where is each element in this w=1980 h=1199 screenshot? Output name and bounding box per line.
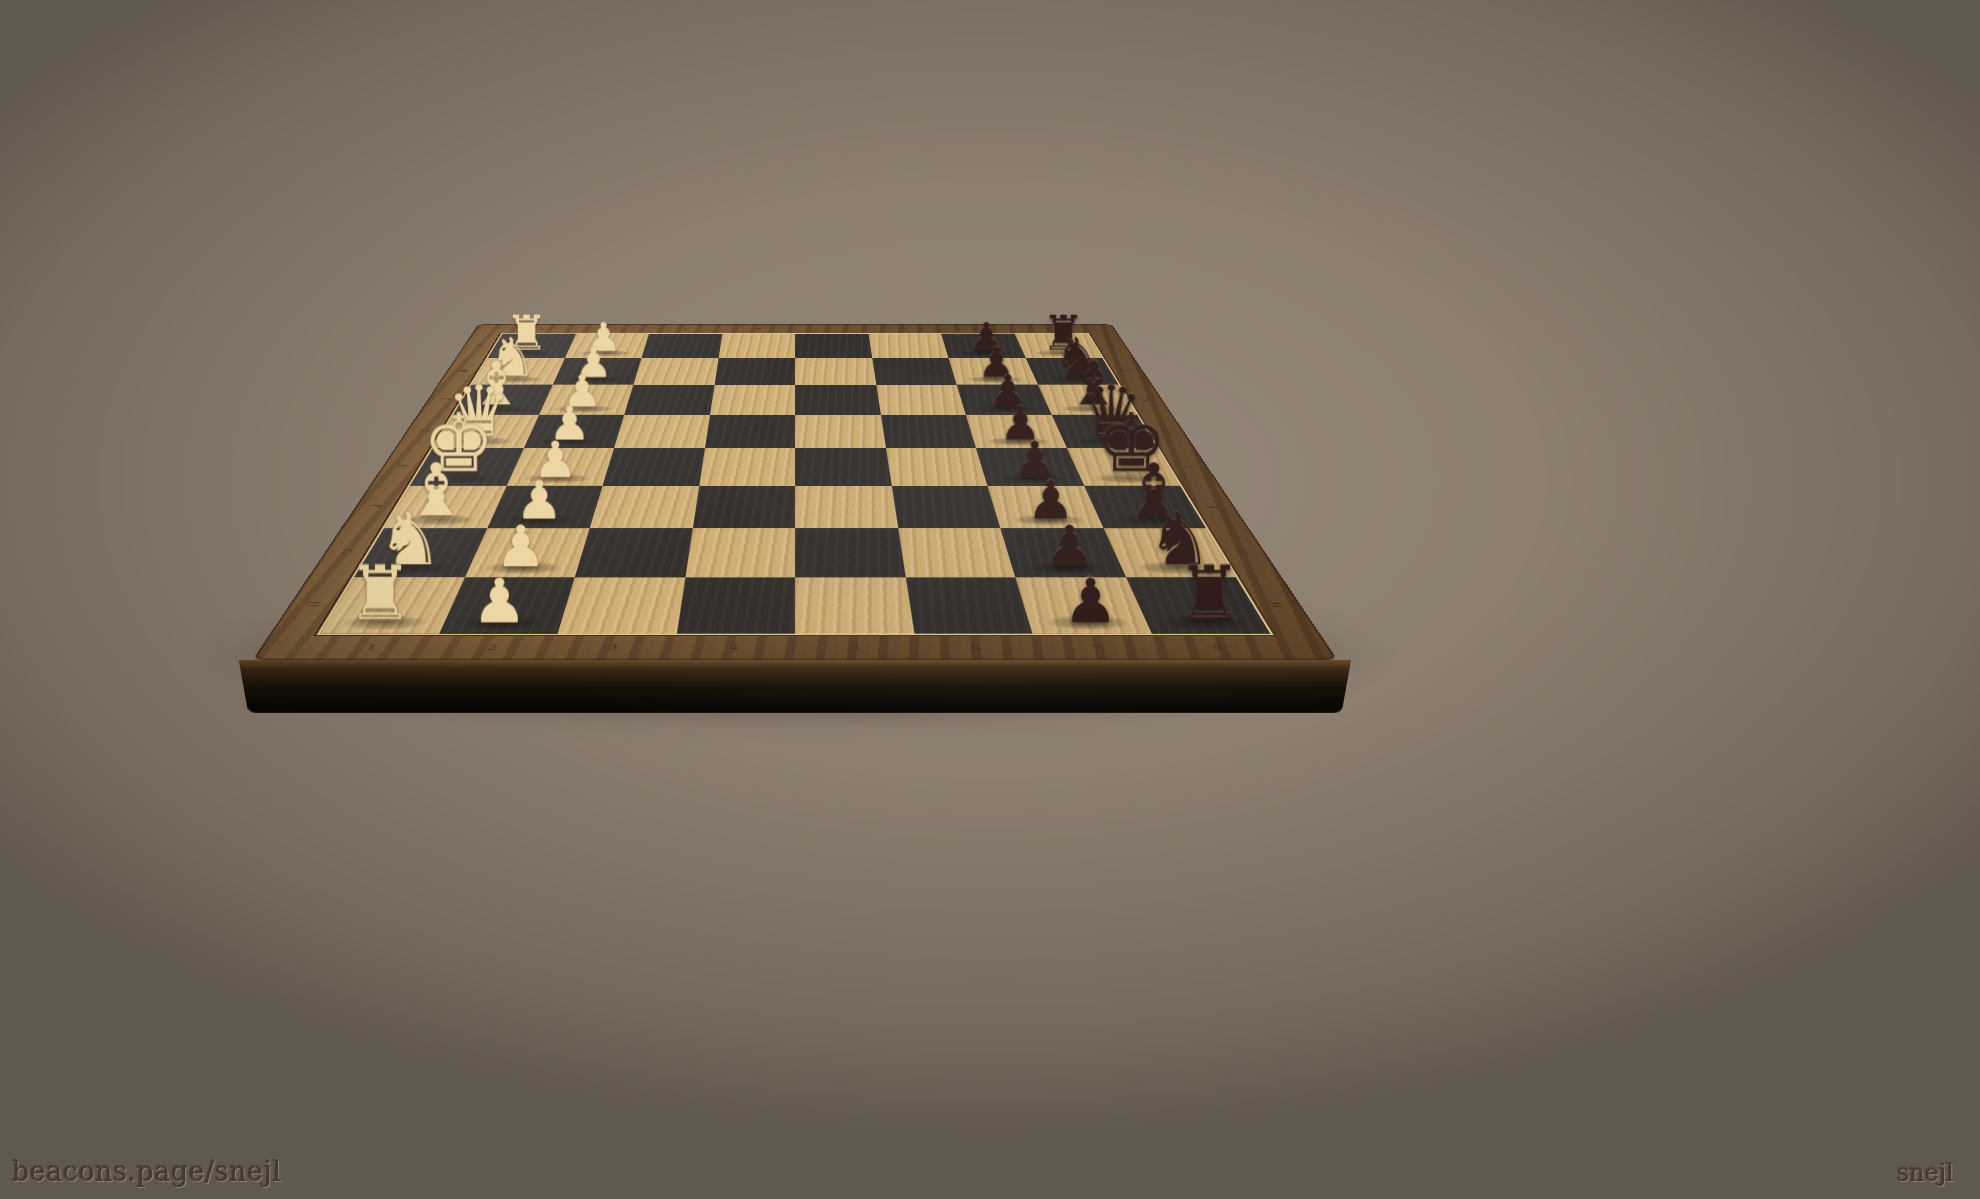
square-h7: ♟ [1015,577,1151,633]
square-b5 [795,358,876,385]
square-a6 [868,334,948,358]
square-c5 [795,385,880,415]
coordinate-label: A [1071,342,1151,350]
square-c6 [876,385,966,415]
coordinate-label: B [421,367,505,376]
watermark-author: snejl [1897,1159,1954,1187]
square-b4 [714,358,795,385]
coordinate-label: 3 [649,325,723,332]
white-pawn: ♟ [472,569,527,630]
square-b3 [633,358,718,385]
square-h6 [905,577,1032,633]
square-d3 [614,415,710,448]
square-d6 [880,415,976,448]
coordinate-label: 4 [722,325,795,332]
coordinate-label: 4 [673,637,795,658]
coordinate-label: 5 [795,637,917,658]
chess-board: ABCDEFGH ABCDEFGH 12345678 12345678 ♜♟♟♜… [252,324,1337,660]
square-d5 [795,415,886,448]
black-rook: ♜ [1176,556,1243,631]
square-b6 [872,358,957,385]
coordinate-label: 7 [1034,637,1163,658]
square-a5 [795,334,872,358]
square-g4 [685,528,795,577]
coordinate-label: 2 [428,637,557,658]
square-g6 [898,528,1016,577]
square-d4 [705,415,796,448]
square-f6 [891,486,1000,529]
square-f4 [692,486,795,529]
square-c4 [710,385,795,415]
square-e4 [699,448,795,486]
square-h4 [676,577,795,633]
rank-labels-near: 12345678 [305,637,1285,658]
black-pawn: ♟ [1063,569,1118,630]
square-h2: ♟ [439,577,575,633]
coordinate-label: B [1085,367,1169,376]
coordinate-label: 6 [867,325,941,332]
coordinate-label: 8 [1153,637,1285,658]
square-h5 [795,577,914,633]
square-h3 [557,577,684,633]
board-base-front [239,660,1352,713]
square-a4 [718,334,795,358]
square-g5 [795,528,905,577]
square-e3 [603,448,705,486]
square-e5 [795,448,891,486]
square-e6 [886,448,988,486]
watermark-url: beacons.page/snejl [12,1156,282,1187]
coordinate-label: 6 [914,637,1040,658]
coordinate-label: A [439,342,519,350]
square-c3 [624,385,714,415]
square-a3 [641,334,721,358]
square-f3 [590,486,699,529]
square-g3 [575,528,693,577]
coordinate-label: 1 [305,637,437,658]
chess-squares: ♜♟♟♜♞♟♟♞♝♟♟♝♛♟♟♛♚♟♟♚♝♟♟♝♞♟♟♞♜♟♟♜ [320,334,1270,634]
white-rook: ♜ [347,556,414,631]
square-f5 [795,486,898,529]
coordinate-label: 3 [550,637,676,658]
coordinate-label: 5 [795,325,868,332]
board-frame: ABCDEFGH ABCDEFGH 12345678 12345678 ♜♟♟♜… [252,324,1337,660]
